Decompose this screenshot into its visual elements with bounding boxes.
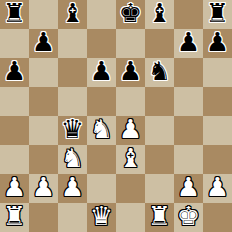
square-e3[interactable]: ♝ bbox=[116, 145, 145, 174]
square-a5[interactable] bbox=[0, 87, 29, 116]
square-a4[interactable] bbox=[0, 116, 29, 145]
square-f7[interactable] bbox=[145, 29, 174, 58]
white-bishop-piece[interactable]: ♝ bbox=[119, 144, 142, 173]
white-pawn-piece[interactable]: ♟ bbox=[206, 173, 229, 202]
square-c3[interactable]: ♞ bbox=[58, 145, 87, 174]
square-h2[interactable]: ♟ bbox=[203, 174, 232, 203]
square-e2[interactable] bbox=[116, 174, 145, 203]
square-g1[interactable]: ♚ bbox=[174, 203, 203, 232]
square-f3[interactable] bbox=[145, 145, 174, 174]
white-rook-piece[interactable]: ♜ bbox=[148, 202, 171, 231]
square-h7[interactable]: ♟ bbox=[203, 29, 232, 58]
square-a3[interactable] bbox=[0, 145, 29, 174]
square-e4[interactable]: ♟ bbox=[116, 116, 145, 145]
square-c8[interactable]: ♝ bbox=[58, 0, 87, 29]
square-b5[interactable] bbox=[29, 87, 58, 116]
square-g2[interactable]: ♟ bbox=[174, 174, 203, 203]
square-a1[interactable]: ♜ bbox=[0, 203, 29, 232]
square-g5[interactable] bbox=[174, 87, 203, 116]
chess-board: ♜♝♚♝♜♟♟♟♟♟♟♞♛♞♟♞♝♟♟♟♟♟♜♛♜♚ bbox=[0, 0, 232, 232]
square-b8[interactable] bbox=[29, 0, 58, 29]
square-a8[interactable]: ♜ bbox=[0, 0, 29, 29]
black-queen-piece[interactable]: ♛ bbox=[61, 115, 84, 144]
square-e1[interactable] bbox=[116, 203, 145, 232]
black-pawn-piece[interactable]: ♟ bbox=[90, 57, 113, 86]
square-d5[interactable] bbox=[87, 87, 116, 116]
square-e8[interactable]: ♚ bbox=[116, 0, 145, 29]
square-h6[interactable] bbox=[203, 58, 232, 87]
square-a7[interactable] bbox=[0, 29, 29, 58]
white-pawn-piece[interactable]: ♟ bbox=[32, 173, 55, 202]
white-knight-piece[interactable]: ♞ bbox=[90, 115, 113, 144]
square-d4[interactable]: ♞ bbox=[87, 116, 116, 145]
square-c2[interactable]: ♟ bbox=[58, 174, 87, 203]
square-c6[interactable] bbox=[58, 58, 87, 87]
square-g7[interactable]: ♟ bbox=[174, 29, 203, 58]
square-c1[interactable] bbox=[58, 203, 87, 232]
black-rook-piece[interactable]: ♜ bbox=[206, 0, 229, 28]
square-f1[interactable]: ♜ bbox=[145, 203, 174, 232]
square-e7[interactable] bbox=[116, 29, 145, 58]
white-queen-piece[interactable]: ♛ bbox=[90, 202, 113, 231]
black-bishop-piece[interactable]: ♝ bbox=[148, 0, 171, 28]
square-d6[interactable]: ♟ bbox=[87, 58, 116, 87]
square-c7[interactable] bbox=[58, 29, 87, 58]
square-a6[interactable]: ♟ bbox=[0, 58, 29, 87]
white-rook-piece[interactable]: ♜ bbox=[3, 202, 26, 231]
square-h4[interactable] bbox=[203, 116, 232, 145]
square-h1[interactable] bbox=[203, 203, 232, 232]
square-c5[interactable] bbox=[58, 87, 87, 116]
square-c4[interactable]: ♛ bbox=[58, 116, 87, 145]
square-f2[interactable] bbox=[145, 174, 174, 203]
white-king-piece[interactable]: ♚ bbox=[177, 202, 200, 231]
square-b1[interactable] bbox=[29, 203, 58, 232]
black-pawn-piece[interactable]: ♟ bbox=[206, 28, 229, 57]
square-f5[interactable] bbox=[145, 87, 174, 116]
square-f8[interactable]: ♝ bbox=[145, 0, 174, 29]
square-b2[interactable]: ♟ bbox=[29, 174, 58, 203]
black-pawn-piece[interactable]: ♟ bbox=[3, 57, 26, 86]
square-g4[interactable] bbox=[174, 116, 203, 145]
white-knight-piece[interactable]: ♞ bbox=[61, 144, 84, 173]
square-d1[interactable]: ♛ bbox=[87, 203, 116, 232]
square-h3[interactable] bbox=[203, 145, 232, 174]
black-pawn-piece[interactable]: ♟ bbox=[32, 28, 55, 57]
square-g6[interactable] bbox=[174, 58, 203, 87]
black-knight-piece[interactable]: ♞ bbox=[148, 57, 171, 86]
black-king-piece[interactable]: ♚ bbox=[119, 0, 142, 28]
black-rook-piece[interactable]: ♜ bbox=[3, 0, 26, 28]
square-d8[interactable] bbox=[87, 0, 116, 29]
square-f4[interactable] bbox=[145, 116, 174, 145]
square-d7[interactable] bbox=[87, 29, 116, 58]
square-b3[interactable] bbox=[29, 145, 58, 174]
square-g8[interactable] bbox=[174, 0, 203, 29]
square-b6[interactable] bbox=[29, 58, 58, 87]
square-d2[interactable] bbox=[87, 174, 116, 203]
square-h5[interactable] bbox=[203, 87, 232, 116]
black-bishop-piece[interactable]: ♝ bbox=[61, 0, 84, 28]
square-b4[interactable] bbox=[29, 116, 58, 145]
white-pawn-piece[interactable]: ♟ bbox=[61, 173, 84, 202]
black-pawn-piece[interactable]: ♟ bbox=[119, 57, 142, 86]
square-g3[interactable] bbox=[174, 145, 203, 174]
white-pawn-piece[interactable]: ♟ bbox=[119, 115, 142, 144]
square-f6[interactable]: ♞ bbox=[145, 58, 174, 87]
square-e6[interactable]: ♟ bbox=[116, 58, 145, 87]
black-pawn-piece[interactable]: ♟ bbox=[177, 28, 200, 57]
square-a2[interactable]: ♟ bbox=[0, 174, 29, 203]
square-e5[interactable] bbox=[116, 87, 145, 116]
square-b7[interactable]: ♟ bbox=[29, 29, 58, 58]
white-pawn-piece[interactable]: ♟ bbox=[3, 173, 26, 202]
white-pawn-piece[interactable]: ♟ bbox=[177, 173, 200, 202]
square-d3[interactable] bbox=[87, 145, 116, 174]
square-h8[interactable]: ♜ bbox=[203, 0, 232, 29]
